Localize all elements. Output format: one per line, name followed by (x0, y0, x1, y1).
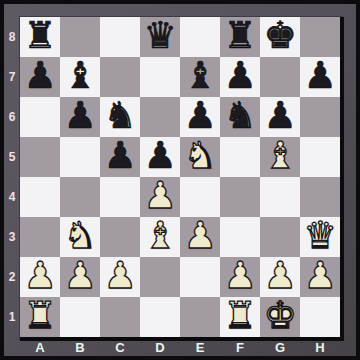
rank-label-4: 4 (4, 177, 20, 217)
square-d4[interactable]: ♟ (140, 177, 180, 217)
square-e2[interactable] (180, 257, 220, 297)
piece-white-bishop[interactable]: ♝ (263, 136, 296, 176)
piece-black-rook[interactable]: ♜ (223, 16, 256, 56)
square-c5[interactable]: ♟ (100, 137, 140, 177)
file-label-e: E (180, 338, 220, 356)
square-e6[interactable]: ♟ (180, 97, 220, 137)
piece-white-pawn[interactable]: ♟ (263, 256, 296, 296)
rank-label-5: 5 (4, 137, 20, 177)
square-f7[interactable]: ♟ (220, 57, 260, 97)
square-a4[interactable] (20, 177, 60, 217)
rank-label-8: 8 (4, 17, 20, 57)
rank-label-2: 2 (4, 257, 20, 297)
rank-label-6: 6 (4, 97, 20, 137)
square-h3[interactable]: ♛ (300, 217, 340, 257)
file-coordinates: A B C D E F G H (20, 338, 340, 356)
rank-coordinates: 8 7 6 5 4 3 2 1 (4, 17, 20, 337)
chess-board-window: 8 7 6 5 4 3 2 1 ♜♛♜♚♟♝♝♟♟♟♞♟♞♟♟♟♞♝♟♞♝♟♛♟… (0, 0, 360, 360)
square-d5[interactable]: ♟ (140, 137, 180, 177)
chess-board[interactable]: ♜♛♜♚♟♝♝♟♟♟♞♟♞♟♟♟♞♝♟♞♝♟♛♟♟♟♟♟♟♜♜♚ (20, 17, 344, 341)
square-a1[interactable]: ♜ (20, 297, 60, 337)
square-b2[interactable]: ♟ (60, 257, 100, 297)
square-g3[interactable] (260, 217, 300, 257)
square-h4[interactable] (300, 177, 340, 217)
piece-black-pawn[interactable]: ♟ (63, 96, 96, 136)
rank-label-3: 3 (4, 217, 20, 257)
piece-white-pawn[interactable]: ♟ (63, 256, 96, 296)
square-g5[interactable]: ♝ (260, 137, 300, 177)
square-f3[interactable] (220, 217, 260, 257)
square-f4[interactable] (220, 177, 260, 217)
piece-white-pawn[interactable]: ♟ (103, 256, 136, 296)
piece-white-rook[interactable]: ♜ (223, 296, 256, 336)
square-c3[interactable] (100, 217, 140, 257)
square-b3[interactable]: ♞ (60, 217, 100, 257)
square-e8[interactable] (180, 17, 220, 57)
square-g7[interactable] (260, 57, 300, 97)
square-f5[interactable] (220, 137, 260, 177)
piece-black-queen[interactable]: ♛ (143, 16, 176, 56)
square-e4[interactable] (180, 177, 220, 217)
square-c1[interactable] (100, 297, 140, 337)
square-h2[interactable]: ♟ (300, 257, 340, 297)
piece-black-pawn[interactable]: ♟ (303, 56, 336, 96)
piece-white-pawn[interactable]: ♟ (223, 256, 256, 296)
piece-black-rook[interactable]: ♜ (23, 16, 56, 56)
square-g8[interactable]: ♚ (260, 17, 300, 57)
file-label-h: H (300, 338, 340, 356)
square-c6[interactable]: ♞ (100, 97, 140, 137)
piece-white-rook[interactable]: ♜ (23, 296, 56, 336)
piece-white-pawn[interactable]: ♟ (183, 216, 216, 256)
square-c8[interactable] (100, 17, 140, 57)
square-d6[interactable] (140, 97, 180, 137)
square-g6[interactable]: ♟ (260, 97, 300, 137)
square-h5[interactable] (300, 137, 340, 177)
square-f8[interactable]: ♜ (220, 17, 260, 57)
square-h1[interactable] (300, 297, 340, 337)
square-e3[interactable]: ♟ (180, 217, 220, 257)
piece-white-pawn[interactable]: ♟ (143, 176, 176, 216)
piece-white-knight[interactable]: ♞ (63, 216, 96, 256)
piece-black-knight[interactable]: ♞ (103, 96, 136, 136)
square-d8[interactable]: ♛ (140, 17, 180, 57)
file-label-f: F (220, 338, 260, 356)
square-a2[interactable]: ♟ (20, 257, 60, 297)
square-g2[interactable]: ♟ (260, 257, 300, 297)
square-d3[interactable]: ♝ (140, 217, 180, 257)
piece-white-knight[interactable]: ♞ (183, 136, 216, 176)
piece-black-bishop[interactable]: ♝ (183, 56, 216, 96)
piece-black-pawn[interactable]: ♟ (143, 136, 176, 176)
square-c2[interactable]: ♟ (100, 257, 140, 297)
square-h6[interactable] (300, 97, 340, 137)
square-c7[interactable] (100, 57, 140, 97)
piece-white-pawn[interactable]: ♟ (303, 256, 336, 296)
piece-black-pawn[interactable]: ♟ (223, 56, 256, 96)
square-a3[interactable] (20, 217, 60, 257)
square-b8[interactable] (60, 17, 100, 57)
square-f2[interactable]: ♟ (220, 257, 260, 297)
square-b4[interactable] (60, 177, 100, 217)
piece-black-bishop[interactable]: ♝ (63, 56, 96, 96)
square-g4[interactable] (260, 177, 300, 217)
square-f1[interactable]: ♜ (220, 297, 260, 337)
piece-black-king[interactable]: ♚ (263, 16, 296, 56)
file-label-a: A (20, 338, 60, 356)
rank-label-1: 1 (4, 297, 20, 337)
square-b6[interactable]: ♟ (60, 97, 100, 137)
square-a7[interactable]: ♟ (20, 57, 60, 97)
file-label-c: C (100, 338, 140, 356)
file-label-g: G (260, 338, 300, 356)
square-e7[interactable]: ♝ (180, 57, 220, 97)
piece-white-pawn[interactable]: ♟ (23, 256, 56, 296)
piece-black-pawn[interactable]: ♟ (23, 56, 56, 96)
square-f6[interactable]: ♞ (220, 97, 260, 137)
square-b1[interactable] (60, 297, 100, 337)
square-h7[interactable]: ♟ (300, 57, 340, 97)
square-b7[interactable]: ♝ (60, 57, 100, 97)
piece-black-pawn[interactable]: ♟ (263, 96, 296, 136)
piece-white-bishop[interactable]: ♝ (143, 216, 176, 256)
square-c4[interactable] (100, 177, 140, 217)
square-e5[interactable]: ♞ (180, 137, 220, 177)
square-g1[interactable]: ♚ (260, 297, 300, 337)
square-d7[interactable] (140, 57, 180, 97)
rank-label-7: 7 (4, 57, 20, 97)
square-d2[interactable] (140, 257, 180, 297)
piece-white-king[interactable]: ♚ (263, 296, 296, 336)
file-label-d: D (140, 338, 180, 356)
piece-black-knight[interactable]: ♞ (223, 96, 256, 136)
piece-black-pawn[interactable]: ♟ (183, 96, 216, 136)
file-label-b: B (60, 338, 100, 356)
square-d1[interactable] (140, 297, 180, 337)
square-a6[interactable] (20, 97, 60, 137)
piece-white-queen[interactable]: ♛ (303, 216, 336, 256)
square-h8[interactable] (300, 17, 340, 57)
piece-black-pawn[interactable]: ♟ (103, 136, 136, 176)
square-e1[interactable] (180, 297, 220, 337)
square-a8[interactable]: ♜ (20, 17, 60, 57)
square-b5[interactable] (60, 137, 100, 177)
square-a5[interactable] (20, 137, 60, 177)
